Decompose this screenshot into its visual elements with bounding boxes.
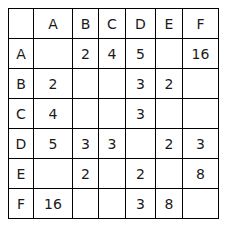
cell-D-E[interactable]: 2 — [156, 129, 183, 159]
cell-F-A[interactable]: 16 — [34, 189, 73, 219]
cell-C-E[interactable] — [156, 99, 183, 129]
distance-matrix-grid: A B C D E F A 2 4 5 16 B 2 3 2 C 4 3 D 5… — [8, 8, 219, 219]
cell-B-D[interactable]: 3 — [126, 69, 156, 99]
cell-F-B[interactable] — [73, 189, 99, 219]
cell-A-D[interactable]: 5 — [126, 39, 156, 69]
cell-D-F[interactable]: 3 — [183, 129, 219, 159]
cell-F-D[interactable]: 3 — [126, 189, 156, 219]
cell-C-A[interactable]: 4 — [34, 99, 73, 129]
col-header-C: C — [99, 9, 126, 39]
cell-A-F[interactable]: 16 — [183, 39, 219, 69]
cell-E-A[interactable] — [34, 159, 73, 189]
row-header-E: E — [9, 159, 34, 189]
cell-B-B[interactable] — [73, 69, 99, 99]
cell-D-A[interactable]: 5 — [34, 129, 73, 159]
col-header-F: F — [183, 9, 219, 39]
cell-C-B[interactable] — [73, 99, 99, 129]
col-header-D: D — [126, 9, 156, 39]
row-header-F: F — [9, 189, 34, 219]
cell-A-C[interactable]: 4 — [99, 39, 126, 69]
row-header-B: B — [9, 69, 34, 99]
cell-E-E[interactable] — [156, 159, 183, 189]
row-header-A: A — [9, 39, 34, 69]
cell-F-C[interactable] — [99, 189, 126, 219]
cell-C-C[interactable] — [99, 99, 126, 129]
cell-E-C[interactable] — [99, 159, 126, 189]
cell-B-E[interactable]: 2 — [156, 69, 183, 99]
cell-D-C[interactable]: 3 — [99, 129, 126, 159]
cell-C-D[interactable]: 3 — [126, 99, 156, 129]
cell-B-C[interactable] — [99, 69, 126, 99]
cell-C-F[interactable] — [183, 99, 219, 129]
cell-A-B[interactable]: 2 — [73, 39, 99, 69]
col-header-B: B — [73, 9, 99, 39]
cell-E-F[interactable]: 8 — [183, 159, 219, 189]
cell-E-B[interactable]: 2 — [73, 159, 99, 189]
cell-F-E[interactable]: 8 — [156, 189, 183, 219]
cell-A-E[interactable] — [156, 39, 183, 69]
col-header-A: A — [34, 9, 73, 39]
cell-D-B[interactable]: 3 — [73, 129, 99, 159]
row-header-C: C — [9, 99, 34, 129]
cell-B-F[interactable] — [183, 69, 219, 99]
cell-D-D[interactable] — [126, 129, 156, 159]
cell-F-F[interactable] — [183, 189, 219, 219]
cell-A-A[interactable] — [34, 39, 73, 69]
cell-E-D[interactable]: 2 — [126, 159, 156, 189]
col-header-E: E — [156, 9, 183, 39]
row-header-D: D — [9, 129, 34, 159]
cell-B-A[interactable]: 2 — [34, 69, 73, 99]
corner-cell — [9, 9, 34, 39]
